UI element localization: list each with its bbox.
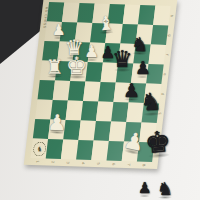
white-pawn-a7[interactable]: ♟	[122, 128, 147, 154]
pieces-layer: ♟♝♛♟♟♞♜♚♛♟♟♞♟♟♚♟♞	[0, 0, 200, 200]
black-pawn-e7[interactable]: ♟	[135, 60, 151, 78]
white-pawn-b2[interactable]: ♟	[47, 111, 67, 133]
white-pawn-g2[interactable]: ♟	[52, 23, 66, 38]
white-bishop-g5[interactable]: ♝	[97, 14, 115, 34]
captured-black-knight[interactable]: ♞	[157, 180, 173, 198]
black-king-a8[interactable]: ♚	[144, 127, 172, 158]
white-king-e3[interactable]: ♚	[66, 55, 87, 79]
black-knight-f7[interactable]: ♞	[131, 34, 149, 54]
black-queen-e6[interactable]: ♛	[112, 48, 133, 71]
black-knight-c8[interactable]: ♞	[140, 90, 163, 115]
white-rook-e2[interactable]: ♜	[46, 57, 64, 77]
photo-frame: 12345678 hgfedcba US CHESS ♞ ♟♝♛♟♟♞♜♚♛♟♟…	[0, 0, 200, 200]
captured-black-pawn[interactable]: ♟	[138, 181, 151, 196]
black-pawn-d7[interactable]: ♟	[123, 81, 140, 100]
